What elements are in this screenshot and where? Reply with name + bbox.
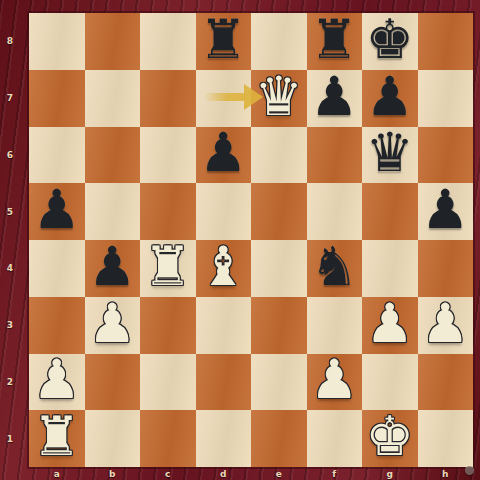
square-h3[interactable]: ♟ <box>418 297 474 354</box>
white-pawn-f2[interactable]: ♟ <box>310 353 358 407</box>
square-b7[interactable] <box>85 70 141 127</box>
white-queen-e7[interactable]: ♛ <box>255 70 303 124</box>
corner-dot-icon <box>465 466 474 475</box>
square-c3[interactable] <box>140 297 196 354</box>
square-c7[interactable] <box>140 70 196 127</box>
square-g8[interactable]: ♚ <box>362 13 418 70</box>
black-pawn-f7[interactable]: ♟ <box>310 70 358 124</box>
black-pawn-g7[interactable]: ♟ <box>366 70 414 124</box>
square-a8[interactable] <box>29 13 85 70</box>
black-knight-f4[interactable]: ♞ <box>310 240 358 294</box>
file-label-b: b <box>85 467 141 480</box>
square-g7[interactable]: ♟ <box>362 70 418 127</box>
square-d2[interactable] <box>196 354 252 411</box>
square-g3[interactable]: ♟ <box>362 297 418 354</box>
square-b2[interactable] <box>85 354 141 411</box>
rank-label-5: 5 <box>0 183 20 240</box>
square-b6[interactable] <box>85 127 141 184</box>
chess-board: ♜♜♚♛♟♟♟♛♟♟♟♜♝♞♟♟♟♟♟♜♚ <box>29 13 473 467</box>
white-pawn-a2[interactable]: ♟ <box>33 353 81 407</box>
square-b1[interactable] <box>85 410 141 467</box>
black-pawn-h5[interactable]: ♟ <box>421 183 469 237</box>
file-label-a: a <box>29 467 85 480</box>
square-c8[interactable] <box>140 13 196 70</box>
square-g5[interactable] <box>362 183 418 240</box>
square-c1[interactable] <box>140 410 196 467</box>
square-e4[interactable] <box>251 240 307 297</box>
black-pawn-b4[interactable]: ♟ <box>88 240 136 294</box>
chess-board-frame: ♜♜♚♛♟♟♟♛♟♟♟♜♝♞♟♟♟♟♟♜♚ 87654321 abcdefgh <box>0 0 480 480</box>
square-a5[interactable]: ♟ <box>29 183 85 240</box>
square-d7[interactable] <box>196 70 252 127</box>
square-c6[interactable] <box>140 127 196 184</box>
rank-label-7: 7 <box>0 70 20 127</box>
square-a4[interactable] <box>29 240 85 297</box>
square-d4[interactable]: ♝ <box>196 240 252 297</box>
square-f7[interactable]: ♟ <box>307 70 363 127</box>
square-b4[interactable]: ♟ <box>85 240 141 297</box>
square-a7[interactable] <box>29 70 85 127</box>
square-e6[interactable] <box>251 127 307 184</box>
rank-label-6: 6 <box>0 127 20 184</box>
square-b8[interactable] <box>85 13 141 70</box>
white-rook-a1[interactable]: ♜ <box>33 410 81 464</box>
black-pawn-d6[interactable]: ♟ <box>199 126 247 180</box>
file-label-c: c <box>140 467 196 480</box>
white-pawn-b3[interactable]: ♟ <box>88 297 136 351</box>
square-h7[interactable] <box>418 70 474 127</box>
white-bishop-d4[interactable]: ♝ <box>199 240 247 294</box>
square-c5[interactable] <box>140 183 196 240</box>
square-d1[interactable] <box>196 410 252 467</box>
square-f2[interactable]: ♟ <box>307 354 363 411</box>
square-f8[interactable]: ♜ <box>307 13 363 70</box>
square-e7[interactable]: ♛ <box>251 70 307 127</box>
file-label-d: d <box>196 467 252 480</box>
square-f4[interactable]: ♞ <box>307 240 363 297</box>
square-d6[interactable]: ♟ <box>196 127 252 184</box>
black-pawn-a5[interactable]: ♟ <box>33 183 81 237</box>
square-d5[interactable] <box>196 183 252 240</box>
square-e5[interactable] <box>251 183 307 240</box>
square-c2[interactable] <box>140 354 196 411</box>
square-a3[interactable] <box>29 297 85 354</box>
square-b3[interactable]: ♟ <box>85 297 141 354</box>
square-e8[interactable] <box>251 13 307 70</box>
file-label-e: e <box>251 467 307 480</box>
file-label-f: f <box>307 467 363 480</box>
white-king-g1[interactable]: ♚ <box>366 410 414 464</box>
white-rook-c4[interactable]: ♜ <box>144 240 192 294</box>
square-f5[interactable] <box>307 183 363 240</box>
square-g6[interactable]: ♛ <box>362 127 418 184</box>
square-f6[interactable] <box>307 127 363 184</box>
square-b5[interactable] <box>85 183 141 240</box>
square-h1[interactable] <box>418 410 474 467</box>
file-label-g: g <box>362 467 418 480</box>
square-g4[interactable] <box>362 240 418 297</box>
square-f1[interactable] <box>307 410 363 467</box>
square-d8[interactable]: ♜ <box>196 13 252 70</box>
black-king-g8[interactable]: ♚ <box>366 13 414 67</box>
square-h6[interactable] <box>418 127 474 184</box>
white-pawn-g3[interactable]: ♟ <box>366 297 414 351</box>
square-g2[interactable] <box>362 354 418 411</box>
rank-label-8: 8 <box>0 13 20 70</box>
square-f3[interactable] <box>307 297 363 354</box>
white-pawn-h3[interactable]: ♟ <box>421 297 469 351</box>
rank-label-2: 2 <box>0 354 20 411</box>
rank-label-4: 4 <box>0 240 20 297</box>
rank-label-1: 1 <box>0 410 20 467</box>
square-a6[interactable] <box>29 127 85 184</box>
square-h8[interactable] <box>418 13 474 70</box>
square-e3[interactable] <box>251 297 307 354</box>
black-rook-d8[interactable]: ♜ <box>199 13 247 67</box>
square-h4[interactable] <box>418 240 474 297</box>
square-a1[interactable]: ♜ <box>29 410 85 467</box>
black-rook-f8[interactable]: ♜ <box>310 13 358 67</box>
square-e1[interactable] <box>251 410 307 467</box>
square-a2[interactable]: ♟ <box>29 354 85 411</box>
square-e2[interactable] <box>251 354 307 411</box>
square-h2[interactable] <box>418 354 474 411</box>
square-g1[interactable]: ♚ <box>362 410 418 467</box>
square-d3[interactable] <box>196 297 252 354</box>
black-queen-g6[interactable]: ♛ <box>366 126 414 180</box>
square-h5[interactable]: ♟ <box>418 183 474 240</box>
square-c4[interactable]: ♜ <box>140 240 196 297</box>
rank-label-3: 3 <box>0 297 20 354</box>
